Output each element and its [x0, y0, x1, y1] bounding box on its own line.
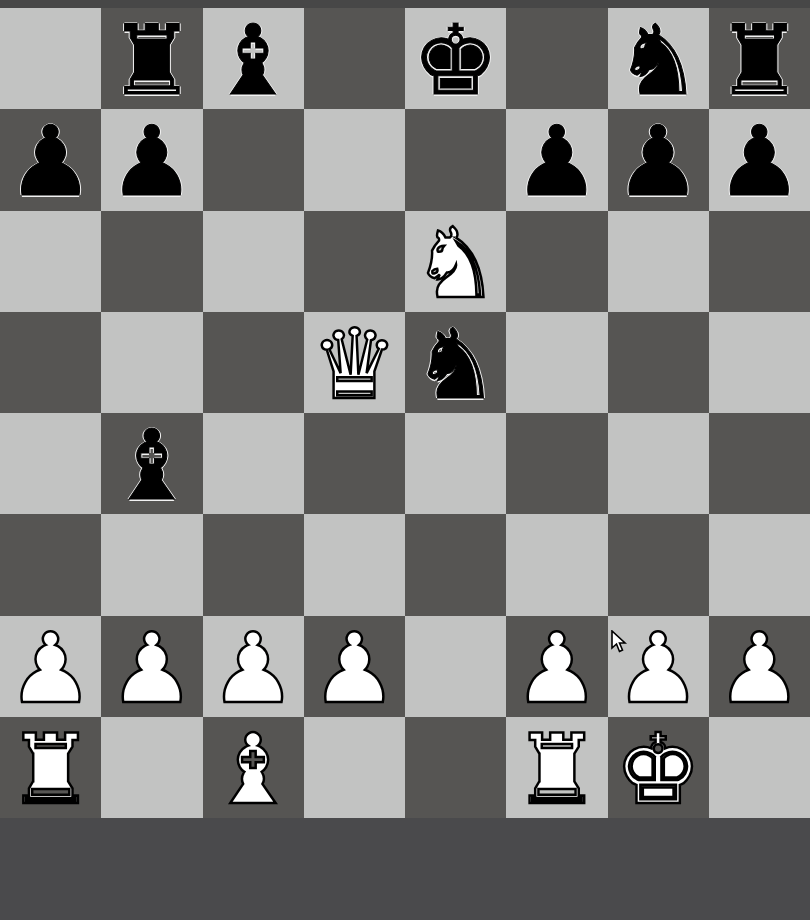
square-e7[interactable] — [405, 109, 506, 210]
square-b4[interactable]: ♝ — [101, 413, 202, 514]
square-d7[interactable] — [304, 109, 405, 210]
square-b3[interactable] — [101, 514, 202, 615]
square-d6[interactable] — [304, 211, 405, 312]
square-g6[interactable] — [608, 211, 709, 312]
window-bottom-area — [0, 818, 810, 920]
chess-board: ♜♝♚♞♜♟♟♟♟♟♞♛♞♝♟♟♟♟♟♟♟♜♝♜♚ — [0, 8, 810, 818]
square-a7[interactable]: ♟ — [0, 109, 101, 210]
square-a5[interactable] — [0, 312, 101, 413]
square-h7[interactable]: ♟ — [709, 109, 810, 210]
square-d3[interactable] — [304, 514, 405, 615]
black-pawn[interactable]: ♟ — [716, 113, 803, 210]
square-e8[interactable]: ♚ — [405, 8, 506, 109]
square-h5[interactable] — [709, 312, 810, 413]
white-pawn[interactable]: ♟ — [311, 620, 398, 717]
square-b8[interactable]: ♜ — [101, 8, 202, 109]
window-top-edge — [0, 0, 810, 8]
square-d4[interactable] — [304, 413, 405, 514]
white-king[interactable]: ♚ — [615, 721, 702, 818]
square-f1[interactable]: ♜ — [506, 717, 607, 818]
white-pawn[interactable]: ♟ — [716, 620, 803, 717]
square-g1[interactable]: ♚ — [608, 717, 709, 818]
white-bishop[interactable]: ♝ — [210, 721, 297, 818]
square-h6[interactable] — [709, 211, 810, 312]
square-c7[interactable] — [203, 109, 304, 210]
square-h8[interactable]: ♜ — [709, 8, 810, 109]
square-h3[interactable] — [709, 514, 810, 615]
black-pawn[interactable]: ♟ — [7, 113, 94, 210]
square-e1[interactable] — [405, 717, 506, 818]
square-b1[interactable] — [101, 717, 202, 818]
square-c1[interactable]: ♝ — [203, 717, 304, 818]
square-d1[interactable] — [304, 717, 405, 818]
square-f3[interactable] — [506, 514, 607, 615]
square-e5[interactable]: ♞ — [405, 312, 506, 413]
black-rook[interactable]: ♜ — [716, 12, 803, 109]
white-pawn[interactable]: ♟ — [615, 620, 702, 717]
square-c2[interactable]: ♟ — [203, 616, 304, 717]
square-a8[interactable] — [0, 8, 101, 109]
square-g4[interactable] — [608, 413, 709, 514]
square-f5[interactable] — [506, 312, 607, 413]
white-pawn[interactable]: ♟ — [108, 620, 195, 717]
square-b7[interactable]: ♟ — [101, 109, 202, 210]
square-d5[interactable]: ♛ — [304, 312, 405, 413]
square-f8[interactable] — [506, 8, 607, 109]
black-king[interactable]: ♚ — [412, 12, 499, 109]
square-a2[interactable]: ♟ — [0, 616, 101, 717]
white-rook[interactable]: ♜ — [7, 721, 94, 818]
square-f4[interactable] — [506, 413, 607, 514]
square-c8[interactable]: ♝ — [203, 8, 304, 109]
square-e4[interactable] — [405, 413, 506, 514]
square-a4[interactable] — [0, 413, 101, 514]
square-d2[interactable]: ♟ — [304, 616, 405, 717]
square-a3[interactable] — [0, 514, 101, 615]
square-g2[interactable]: ♟ — [608, 616, 709, 717]
square-e3[interactable] — [405, 514, 506, 615]
black-bishop[interactable]: ♝ — [210, 12, 297, 109]
square-g7[interactable]: ♟ — [608, 109, 709, 210]
black-knight[interactable]: ♞ — [412, 316, 499, 413]
square-b2[interactable]: ♟ — [101, 616, 202, 717]
square-b6[interactable] — [101, 211, 202, 312]
square-d8[interactable] — [304, 8, 405, 109]
square-h1[interactable] — [709, 717, 810, 818]
square-c3[interactable] — [203, 514, 304, 615]
black-knight[interactable]: ♞ — [615, 12, 702, 109]
square-h4[interactable] — [709, 413, 810, 514]
white-pawn[interactable]: ♟ — [210, 620, 297, 717]
square-a1[interactable]: ♜ — [0, 717, 101, 818]
square-f7[interactable]: ♟ — [506, 109, 607, 210]
white-queen[interactable]: ♛ — [311, 316, 398, 413]
black-bishop[interactable]: ♝ — [108, 417, 195, 514]
application-window: ♜♝♚♞♜♟♟♟♟♟♞♛♞♝♟♟♟♟♟♟♟♜♝♜♚ — [0, 0, 810, 920]
square-g3[interactable] — [608, 514, 709, 615]
square-g5[interactable] — [608, 312, 709, 413]
square-a6[interactable] — [0, 211, 101, 312]
square-e2[interactable] — [405, 616, 506, 717]
white-knight[interactable]: ♞ — [412, 215, 499, 312]
black-pawn[interactable]: ♟ — [513, 113, 600, 210]
white-pawn[interactable]: ♟ — [7, 620, 94, 717]
square-c6[interactable] — [203, 211, 304, 312]
square-e6[interactable]: ♞ — [405, 211, 506, 312]
square-g8[interactable]: ♞ — [608, 8, 709, 109]
white-pawn[interactable]: ♟ — [513, 620, 600, 717]
square-f6[interactable] — [506, 211, 607, 312]
black-rook[interactable]: ♜ — [108, 12, 195, 109]
square-f2[interactable]: ♟ — [506, 616, 607, 717]
black-pawn[interactable]: ♟ — [615, 113, 702, 210]
square-h2[interactable]: ♟ — [709, 616, 810, 717]
square-b5[interactable] — [101, 312, 202, 413]
white-rook[interactable]: ♜ — [513, 721, 600, 818]
square-c4[interactable] — [203, 413, 304, 514]
black-pawn[interactable]: ♟ — [108, 113, 195, 210]
square-c5[interactable] — [203, 312, 304, 413]
